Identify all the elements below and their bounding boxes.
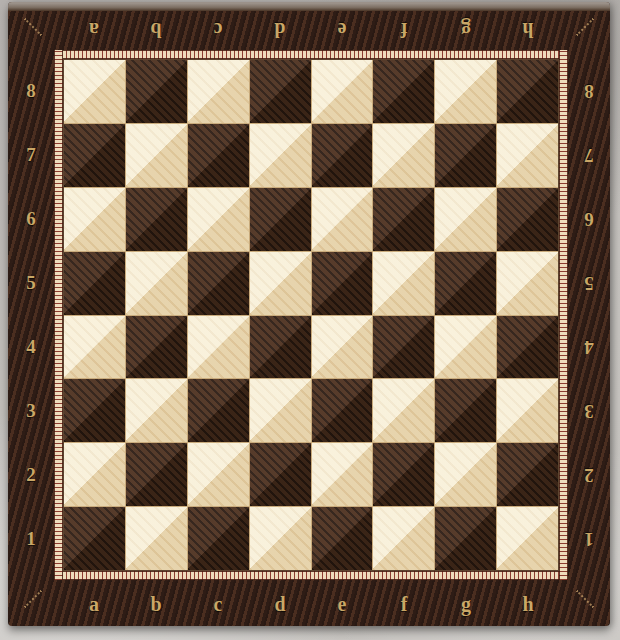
square-e5[interactable] [312, 252, 373, 315]
file-labels-top: abcdefgh [63, 12, 559, 48]
square-e3[interactable] [312, 379, 373, 442]
square-g2[interactable] [435, 443, 496, 506]
square-h3[interactable] [497, 379, 558, 442]
rank-label-4: 4 [568, 315, 610, 379]
square-c5[interactable] [188, 252, 249, 315]
rank-labels-left: 87654321 [8, 59, 54, 571]
square-a2[interactable] [64, 443, 125, 506]
square-g8[interactable] [435, 60, 496, 123]
square-d1[interactable] [250, 507, 311, 570]
rank-label-8: 8 [8, 59, 54, 123]
file-label-a: a [63, 12, 125, 48]
corner-inlay-mark [24, 590, 42, 608]
file-label-g: g [435, 584, 497, 624]
square-d8[interactable] [250, 60, 311, 123]
file-labels-bottom: abcdefgh [63, 584, 559, 624]
square-f6[interactable] [373, 188, 434, 251]
square-h4[interactable] [497, 316, 558, 379]
rank-label-8: 8 [568, 59, 610, 123]
rank-label-3: 3 [568, 379, 610, 443]
square-e8[interactable] [312, 60, 373, 123]
square-h6[interactable] [497, 188, 558, 251]
playing-area [54, 50, 568, 580]
file-label-h: h [497, 12, 559, 48]
square-f8[interactable] [373, 60, 434, 123]
square-c4[interactable] [188, 316, 249, 379]
square-e1[interactable] [312, 507, 373, 570]
square-a7[interactable] [64, 124, 125, 187]
square-d7[interactable] [250, 124, 311, 187]
file-label-b: b [125, 584, 187, 624]
board-top-edge-bevel [8, 2, 610, 11]
rank-label-5: 5 [568, 251, 610, 315]
rank-label-6: 6 [8, 187, 54, 251]
rank-label-7: 7 [568, 123, 610, 187]
square-a5[interactable] [64, 252, 125, 315]
square-b3[interactable] [126, 379, 187, 442]
square-d2[interactable] [250, 443, 311, 506]
square-b1[interactable] [126, 507, 187, 570]
chess-board: abcdefgh abcdefgh 87654321 87654321 [8, 2, 610, 626]
square-f7[interactable] [373, 124, 434, 187]
square-d4[interactable] [250, 316, 311, 379]
square-d5[interactable] [250, 252, 311, 315]
square-f1[interactable] [373, 507, 434, 570]
square-a8[interactable] [64, 60, 125, 123]
square-g7[interactable] [435, 124, 496, 187]
square-a6[interactable] [64, 188, 125, 251]
square-c6[interactable] [188, 188, 249, 251]
square-e6[interactable] [312, 188, 373, 251]
square-g4[interactable] [435, 316, 496, 379]
square-b6[interactable] [126, 188, 187, 251]
square-f4[interactable] [373, 316, 434, 379]
square-h8[interactable] [497, 60, 558, 123]
rank-label-3: 3 [8, 379, 54, 443]
rank-label-2: 2 [8, 443, 54, 507]
corner-inlay-mark [576, 18, 594, 36]
square-g3[interactable] [435, 379, 496, 442]
square-d6[interactable] [250, 188, 311, 251]
rank-label-1: 1 [568, 507, 610, 571]
square-c3[interactable] [188, 379, 249, 442]
board-squares-grid [63, 59, 559, 571]
square-b7[interactable] [126, 124, 187, 187]
rank-label-5: 5 [8, 251, 54, 315]
square-a1[interactable] [64, 507, 125, 570]
square-a4[interactable] [64, 316, 125, 379]
square-g6[interactable] [435, 188, 496, 251]
square-f5[interactable] [373, 252, 434, 315]
rope-border-left [54, 50, 63, 580]
file-label-f: f [373, 12, 435, 48]
file-label-c: c [187, 12, 249, 48]
rope-border-right [559, 50, 568, 580]
rank-label-2: 2 [568, 443, 610, 507]
file-label-d: d [249, 12, 311, 48]
file-label-c: c [187, 584, 249, 624]
rank-label-7: 7 [8, 123, 54, 187]
file-label-f: f [373, 584, 435, 624]
rank-label-6: 6 [568, 187, 610, 251]
square-e7[interactable] [312, 124, 373, 187]
photo-background: abcdefgh abcdefgh 87654321 87654321 [0, 0, 620, 640]
square-a3[interactable] [64, 379, 125, 442]
file-label-e: e [311, 12, 373, 48]
file-label-a: a [63, 584, 125, 624]
square-c2[interactable] [188, 443, 249, 506]
file-label-b: b [125, 12, 187, 48]
square-e2[interactable] [312, 443, 373, 506]
square-b5[interactable] [126, 252, 187, 315]
rank-labels-right: 87654321 [568, 59, 610, 571]
rope-border-top [54, 50, 568, 59]
square-g1[interactable] [435, 507, 496, 570]
square-c1[interactable] [188, 507, 249, 570]
square-h1[interactable] [497, 507, 558, 570]
square-e4[interactable] [312, 316, 373, 379]
square-c7[interactable] [188, 124, 249, 187]
file-label-h: h [497, 584, 559, 624]
square-h7[interactable] [497, 124, 558, 187]
square-f2[interactable] [373, 443, 434, 506]
rank-label-4: 4 [8, 315, 54, 379]
corner-inlay-mark [576, 590, 594, 608]
square-g5[interactable] [435, 252, 496, 315]
square-f3[interactable] [373, 379, 434, 442]
square-b4[interactable] [126, 316, 187, 379]
rope-border-bottom [54, 571, 568, 580]
file-label-g: g [435, 12, 497, 48]
square-h5[interactable] [497, 252, 558, 315]
corner-inlay-mark [24, 18, 42, 36]
square-d3[interactable] [250, 379, 311, 442]
file-label-d: d [249, 584, 311, 624]
square-b8[interactable] [126, 60, 187, 123]
rank-label-1: 1 [8, 507, 54, 571]
square-b2[interactable] [126, 443, 187, 506]
square-h2[interactable] [497, 443, 558, 506]
file-label-e: e [311, 584, 373, 624]
square-c8[interactable] [188, 60, 249, 123]
